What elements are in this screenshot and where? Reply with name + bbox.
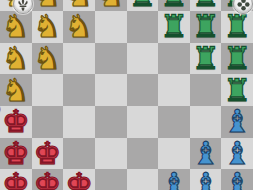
board-square[interactable]: ♝ [221,169,253,190]
board-square[interactable]: ♝ [190,138,222,170]
blue-bishop[interactable]: ♝ [192,138,220,169]
yellow-knight[interactable]: ♞ [65,11,93,42]
board-square[interactable]: ♞ [0,11,32,43]
board-square[interactable] [63,74,95,106]
board-square[interactable]: ♞ [0,74,32,106]
board-square[interactable] [158,106,190,138]
green-rook[interactable]: ♜ [128,0,156,11]
board-square[interactable]: ♞ [32,43,64,75]
board-square[interactable]: ♚ [63,169,95,190]
board-square[interactable] [95,11,127,43]
yellow-knight[interactable]: ♞ [34,11,62,42]
board-square[interactable] [127,43,159,75]
green-rook[interactable]: ♜ [223,75,251,106]
board-square[interactable]: ♜ [190,11,222,43]
red-king[interactable]: ♚ [2,169,30,190]
board-square[interactable]: ♞ [95,0,127,11]
blue-bishop[interactable]: ♝ [223,106,251,137]
board-square[interactable]: ♞ [32,11,64,43]
board-square[interactable]: ♜ [221,11,253,43]
blue-bishop[interactable]: ♝ [223,169,251,190]
board-square[interactable]: ♜ [190,43,222,75]
yellow-knight[interactable]: ♞ [2,75,30,106]
green-rook[interactable]: ♜ [192,43,220,74]
board-square[interactable] [32,74,64,106]
board-square[interactable] [95,74,127,106]
board-square[interactable]: ♜ [127,0,159,11]
board-square[interactable] [32,106,64,138]
blue-bishop[interactable]: ♝ [223,138,251,169]
clover-icon [237,0,250,11]
yellow-knight[interactable]: ♞ [2,11,30,42]
board-square[interactable]: ♚ [32,138,64,170]
board-square[interactable]: ♚ [0,106,32,138]
board-square[interactable] [158,138,190,170]
yellow-knight[interactable]: ♞ [2,43,30,74]
board-square[interactable]: ♝ [190,169,222,190]
yellow-knight[interactable]: ♞ [34,43,62,74]
board-square[interactable] [127,169,159,190]
board-square[interactable]: ♜ [221,74,253,106]
board-square[interactable]: ♜ [158,11,190,43]
board-square[interactable] [190,106,222,138]
board-square[interactable] [190,74,222,106]
red-king[interactable]: ♚ [2,106,30,137]
board-square[interactable]: ♚ [0,138,32,170]
chess-board: ♞♞♞♞♜♜♜♜♞♞♞♜♜♜♞♞♜♜♞♜♚♝♚♚♝♝♚♚♚♝♝♝ [0,0,253,190]
board-square[interactable]: ♝ [221,138,253,170]
board-square[interactable]: ♞ [0,43,32,75]
board-square[interactable]: ♝ [158,169,190,190]
green-rook[interactable]: ♜ [223,43,251,74]
board-square[interactable] [63,106,95,138]
board-square[interactable]: ♞ [63,11,95,43]
red-king[interactable]: ♚ [34,169,62,190]
board-square[interactable]: ♝ [221,106,253,138]
game-stage: ♞♞♞♞♜♜♜♜♞♞♞♜♜♜♞♞♜♜♞♜♚♝♚♚♝♝♚♚♚♝♝♝ ♚ [0,0,253,190]
board-square[interactable] [95,43,127,75]
blue-bishop[interactable]: ♝ [160,169,188,190]
yellow-knight[interactable]: ♞ [97,0,125,11]
board-square[interactable]: ♚ [0,169,32,190]
green-rook[interactable]: ♜ [223,11,251,42]
board-square[interactable] [127,106,159,138]
board-square[interactable] [158,43,190,75]
board-square[interactable] [158,74,190,106]
green-rook[interactable]: ♜ [192,11,220,42]
board-square[interactable] [63,138,95,170]
board-square[interactable] [63,43,95,75]
red-king[interactable]: ♚ [2,138,30,169]
fleur-de-lis-icon [17,0,29,11]
board-square[interactable] [95,169,127,190]
board-square[interactable]: ♜ [221,43,253,75]
green-rook[interactable]: ♜ [160,11,188,42]
board-square[interactable] [127,11,159,43]
red-king-partial-left-edge[interactable]: ♚ [0,95,5,127]
board-square[interactable] [95,138,127,170]
board-square[interactable] [95,106,127,138]
board-square[interactable] [127,74,159,106]
board-square[interactable] [127,138,159,170]
red-king[interactable]: ♚ [65,169,93,190]
board-square[interactable]: ♚ [32,169,64,190]
blue-bishop[interactable]: ♝ [192,169,220,190]
red-king[interactable]: ♚ [34,138,62,169]
